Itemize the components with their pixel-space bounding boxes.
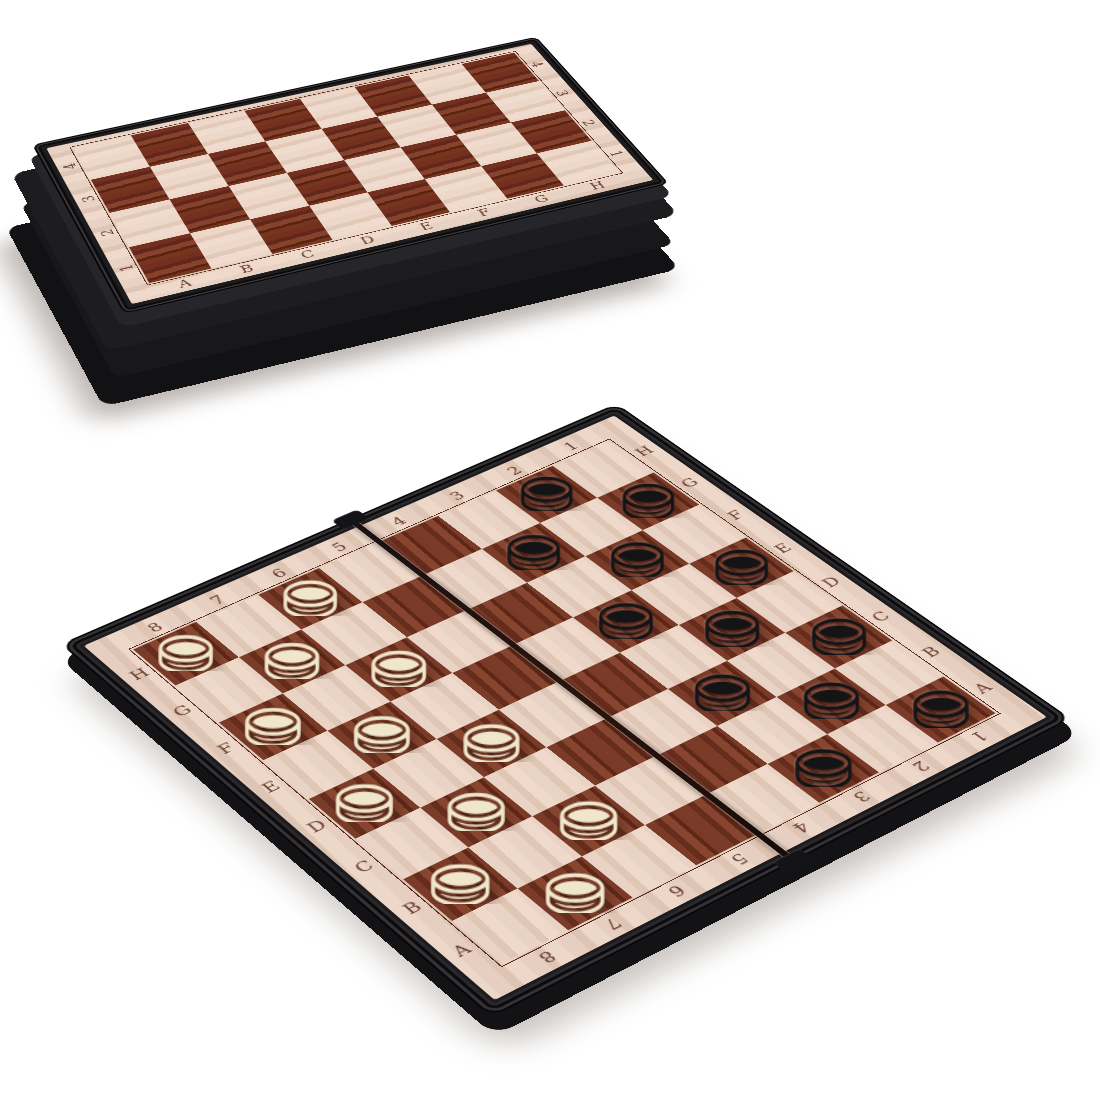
closed-case: ABCDEFGH43214321 [53, 6, 641, 322]
open-board-group: ⛂⛂⛂⛂⛂⛂⛂⛂⛂⛂⛂⛂⛂⛂⛂⛂⛂⛂⛂⛂⛂⛂⛂⛂8765432187654321… [260, 381, 860, 981]
checker-black-c3: ⛂ [692, 653, 753, 725]
open-board-grid: ⛂⛂⛂⛂⛂⛂⛂⛂⛂⛂⛂⛂⛂⛂⛂⛂⛂⛂⛂⛂⛂⛂⛂⛂ [133, 441, 996, 964]
product-photo-stage: ABCDEFGH43214321 ⛂⛂⛂⛂⛂⛂⛂⛂⛂⛂⛂⛂⛂⛂⛂⛂⛂⛂⛂⛂⛂⛂⛂… [0, 0, 1100, 1100]
open-board: ⛂⛂⛂⛂⛂⛂⛂⛂⛂⛂⛂⛂⛂⛂⛂⛂⛂⛂⛂⛂⛂⛂⛂⛂8765432187654321… [61, 404, 1072, 1018]
